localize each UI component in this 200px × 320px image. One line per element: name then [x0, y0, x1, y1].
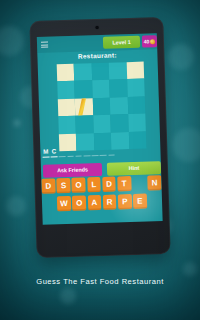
answer-slots: MC: [42, 146, 114, 158]
front-camera: [95, 26, 98, 29]
letter-row-2: WOARPE: [42, 194, 147, 212]
letter-tile-T[interactable]: T: [117, 176, 131, 191]
bokeh-light: [172, 128, 200, 162]
grid-cell-r1c3[interactable]: [109, 80, 127, 98]
grid-cell-r2c0[interactable]: [58, 99, 76, 117]
grid-cell-r3c2[interactable]: [93, 115, 111, 133]
menu-hamburger-icon[interactable]: [41, 42, 48, 50]
answer-slot-4[interactable]: [67, 147, 74, 157]
letter-tile-used-slot: [132, 176, 146, 191]
letter-tile-L[interactable]: L: [87, 177, 101, 192]
bokeh-light: [168, 44, 194, 70]
answer-slot-1[interactable]: M: [42, 148, 49, 158]
answer-slot-8[interactable]: [100, 146, 107, 156]
scene-background: Level 1 40 Restaurant: MC Ask Friends Hi…: [0, 0, 200, 320]
grid-cell-r2c2[interactable]: [93, 97, 111, 115]
letter-tile-N[interactable]: N: [148, 175, 162, 190]
bokeh-light: [6, 196, 26, 216]
grid-cell-r0c1[interactable]: [74, 63, 92, 81]
letter-tile-R[interactable]: R: [103, 195, 117, 210]
grid-cell-r3c1[interactable]: [76, 115, 94, 133]
grid-cell-r0c4[interactable]: [126, 62, 144, 80]
letter-tile-W[interactable]: W: [57, 196, 71, 211]
game-screen: Level 1 40 Restaurant: MC Ask Friends Hi…: [37, 33, 163, 225]
answer-slot-5[interactable]: [75, 147, 82, 157]
grid-cell-r2c4[interactable]: [127, 96, 145, 114]
bokeh-light: [14, 120, 20, 126]
letter-tile-used-slot: [42, 196, 56, 211]
grid-cell-r2c3[interactable]: [110, 97, 128, 115]
grid-cell-r1c0[interactable]: [57, 81, 75, 99]
letter-tile-A[interactable]: A: [87, 195, 101, 210]
grid-cell-r3c4[interactable]: [128, 114, 146, 132]
grid-cell-r3c3[interactable]: [110, 114, 128, 132]
answer-slot-7[interactable]: [91, 146, 98, 156]
grid-cell-r1c1[interactable]: [75, 81, 93, 99]
bokeh-light: [0, 26, 24, 56]
answer-slot-2[interactable]: C: [50, 147, 57, 157]
bokeh-light: [183, 262, 197, 276]
grid-cell-r1c4[interactable]: [127, 79, 145, 97]
level-badge[interactable]: Level 1: [103, 36, 140, 49]
letter-tile-E[interactable]: E: [133, 194, 147, 209]
grid-cell-r2c1[interactable]: [75, 98, 93, 116]
hint-button[interactable]: Hint: [107, 161, 161, 176]
answer-slot-3[interactable]: [59, 147, 66, 157]
letter-row-1: DSOLDTN: [41, 175, 161, 194]
letter-tile-P[interactable]: P: [118, 194, 132, 209]
grid-cell-r3c0[interactable]: [58, 116, 76, 134]
grid-cell-r0c0[interactable]: [57, 64, 75, 82]
answer-slot-9[interactable]: [108, 146, 115, 156]
coins-button[interactable]: 40: [142, 35, 157, 47]
ask-friends-button[interactable]: Ask Friends: [43, 163, 102, 178]
puzzle-grid: [57, 62, 147, 152]
grid-cell-r4c4[interactable]: [128, 131, 146, 149]
tablet-device: Level 1 40 Restaurant: MC Ask Friends Hi…: [29, 17, 170, 258]
letter-tile-O[interactable]: O: [72, 177, 86, 192]
app-title-caption: Guess The Fast Food Restaurant: [0, 277, 200, 286]
letter-tile-D[interactable]: D: [41, 178, 55, 193]
grid-cell-r0c2[interactable]: [91, 63, 109, 81]
letter-tile-D[interactable]: D: [102, 177, 116, 192]
letter-tile-S[interactable]: S: [56, 178, 70, 193]
gold-coin-icon: [150, 39, 155, 44]
logo-fragment-stripe: [78, 98, 86, 116]
grid-cell-r0c3[interactable]: [109, 62, 127, 80]
grid-cell-r1c2[interactable]: [92, 80, 110, 98]
bokeh-light: [60, 288, 76, 304]
coins-count: 40: [144, 38, 150, 44]
answer-slot-6[interactable]: [83, 146, 90, 156]
letter-tile-O[interactable]: O: [72, 195, 86, 210]
